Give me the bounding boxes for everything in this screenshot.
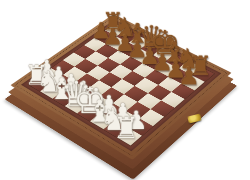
marble-border: ♜♞♝♛♚♝♞♜♟♟♟♟♟♟♟♟♟♟♟♟♟♟♟♟♜♞♝♛♚♝♞♜ bbox=[21, 20, 221, 152]
chess-box: ♜♞♝♛♚♝♞♜♟♟♟♟♟♟♟♟♟♟♟♟♟♟♟♟♜♞♝♛♚♝♞♜ bbox=[10, 14, 231, 160]
chess-set-photo: ♜♞♝♛♚♝♞♜♟♟♟♟♟♟♟♟♟♟♟♟♟♟♟♟♜♞♝♛♚♝♞♜ bbox=[0, 0, 250, 180]
square-h1[interactable]: ♜ bbox=[117, 128, 142, 146]
piece-white-rook[interactable]: ♜ bbox=[113, 113, 131, 142]
brass-clasp-icon bbox=[187, 114, 201, 124]
board-frame: ♜♞♝♛♚♝♞♜♟♟♟♟♟♟♟♟♟♟♟♟♟♟♟♟♜♞♝♛♚♝♞♜ bbox=[10, 14, 231, 160]
piece-black-pawn[interactable]: ♟ bbox=[178, 64, 195, 88]
